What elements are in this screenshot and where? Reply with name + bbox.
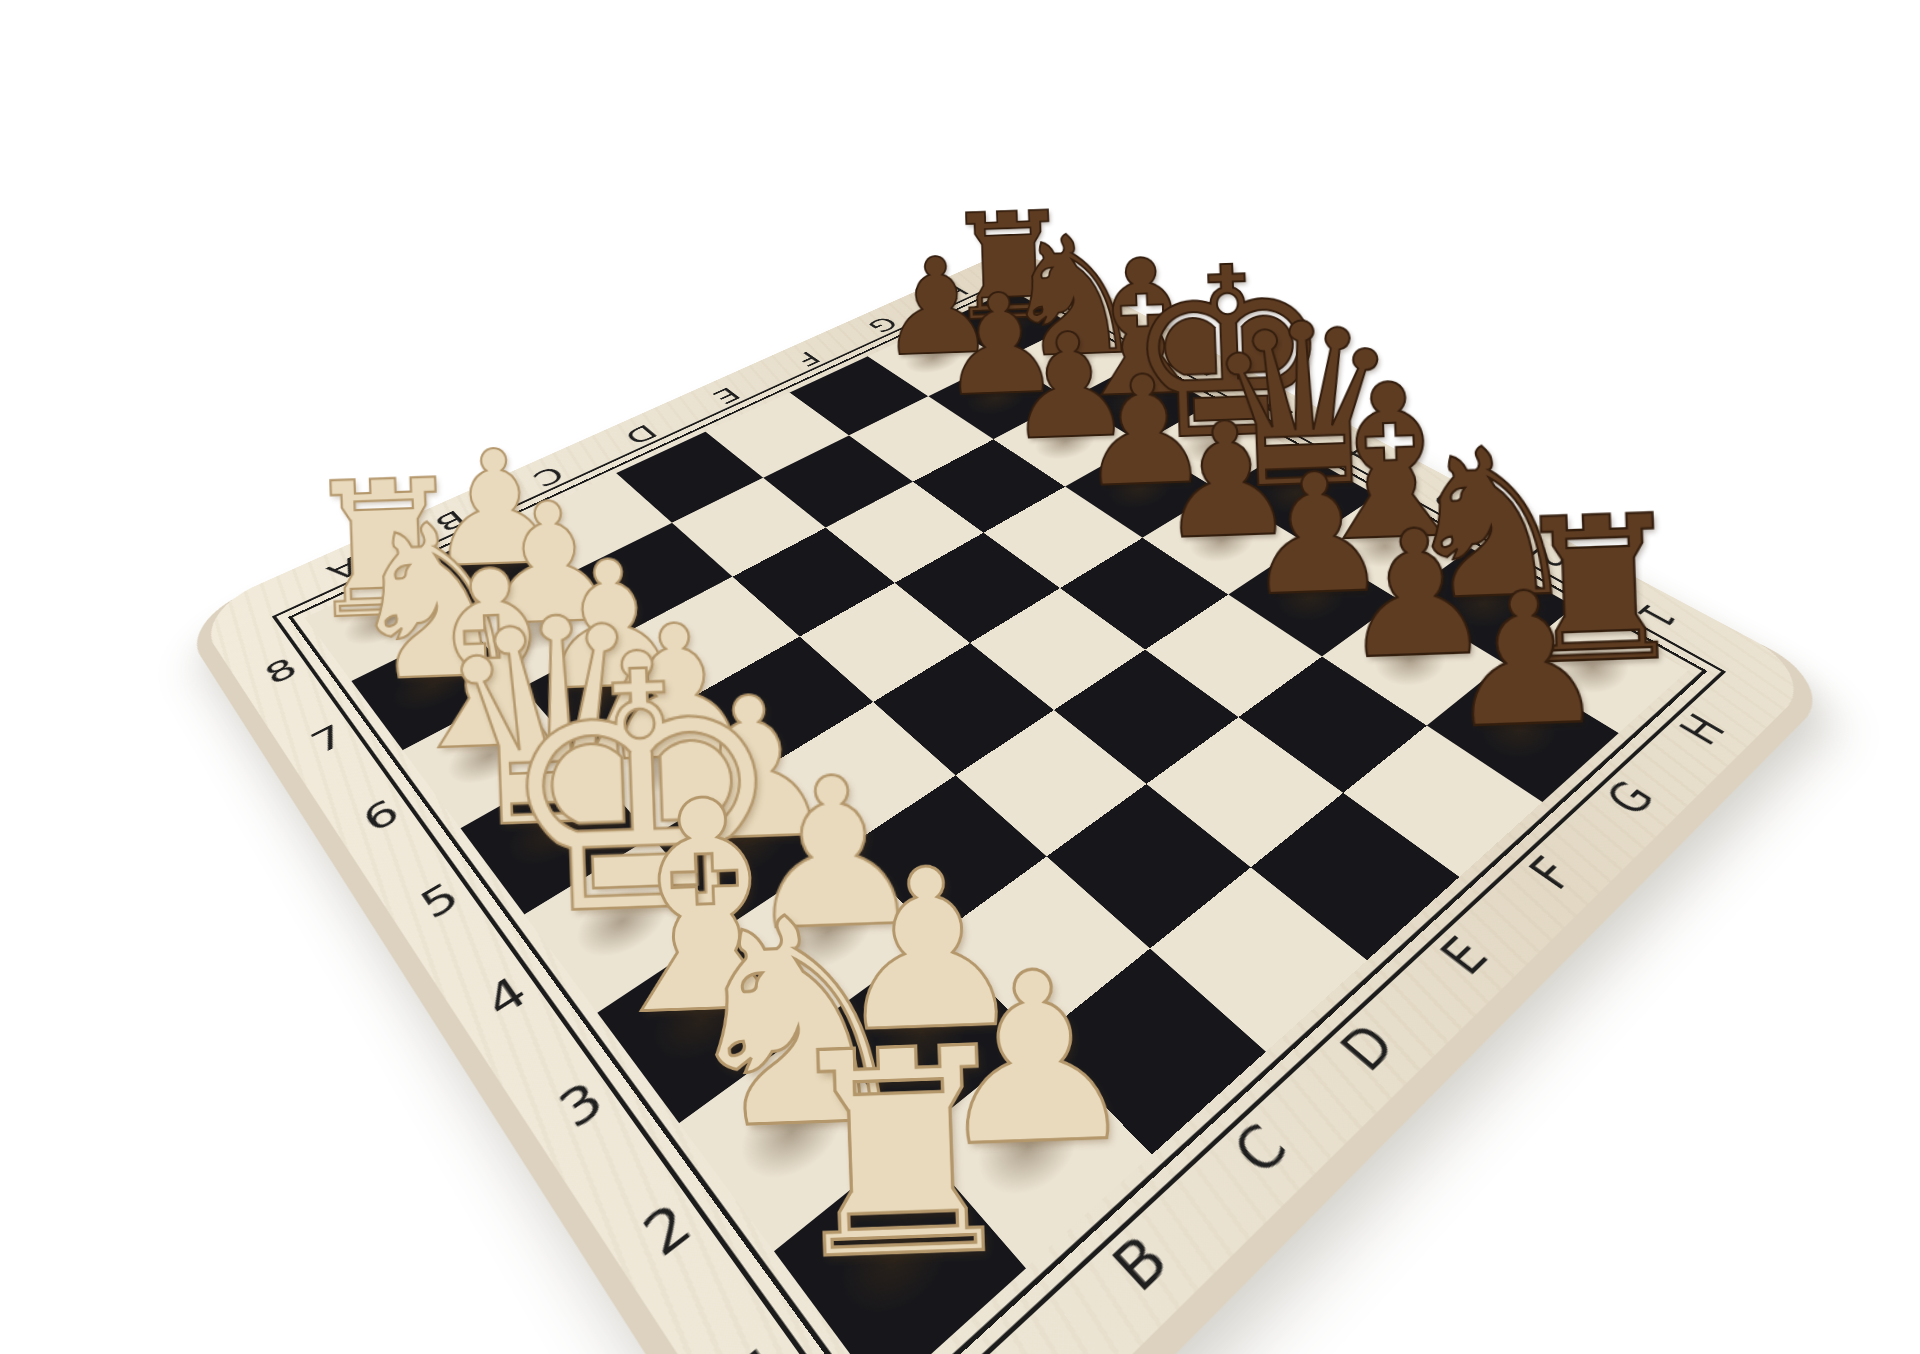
board-grid: ♜♟♟♜♞♟♟♞♝♟♟♝♛♟♟♚♚♟♟♛♝♟♟♝♞♟♟♞♜♟♟♜: [304, 290, 1688, 1354]
playing-area: ♜♟♟♜♞♟♟♞♝♟♟♝♛♟♟♚♚♟♟♛♝♟♟♝♞♟♟♞♜♟♟♜: [288, 283, 1707, 1354]
product-photo-scene: ABCDEFGH ABCDEFGH 87654321 87654321 ♜♟♟♜…: [0, 0, 1920, 1354]
square-a1[interactable]: ♜: [773, 1139, 1025, 1354]
piece-white-rook[interactable]: ♜: [738, 1037, 1063, 1273]
piece-black-pawn[interactable]: ♟: [1407, 584, 1646, 738]
square-g1[interactable]: ♟: [1426, 663, 1618, 802]
